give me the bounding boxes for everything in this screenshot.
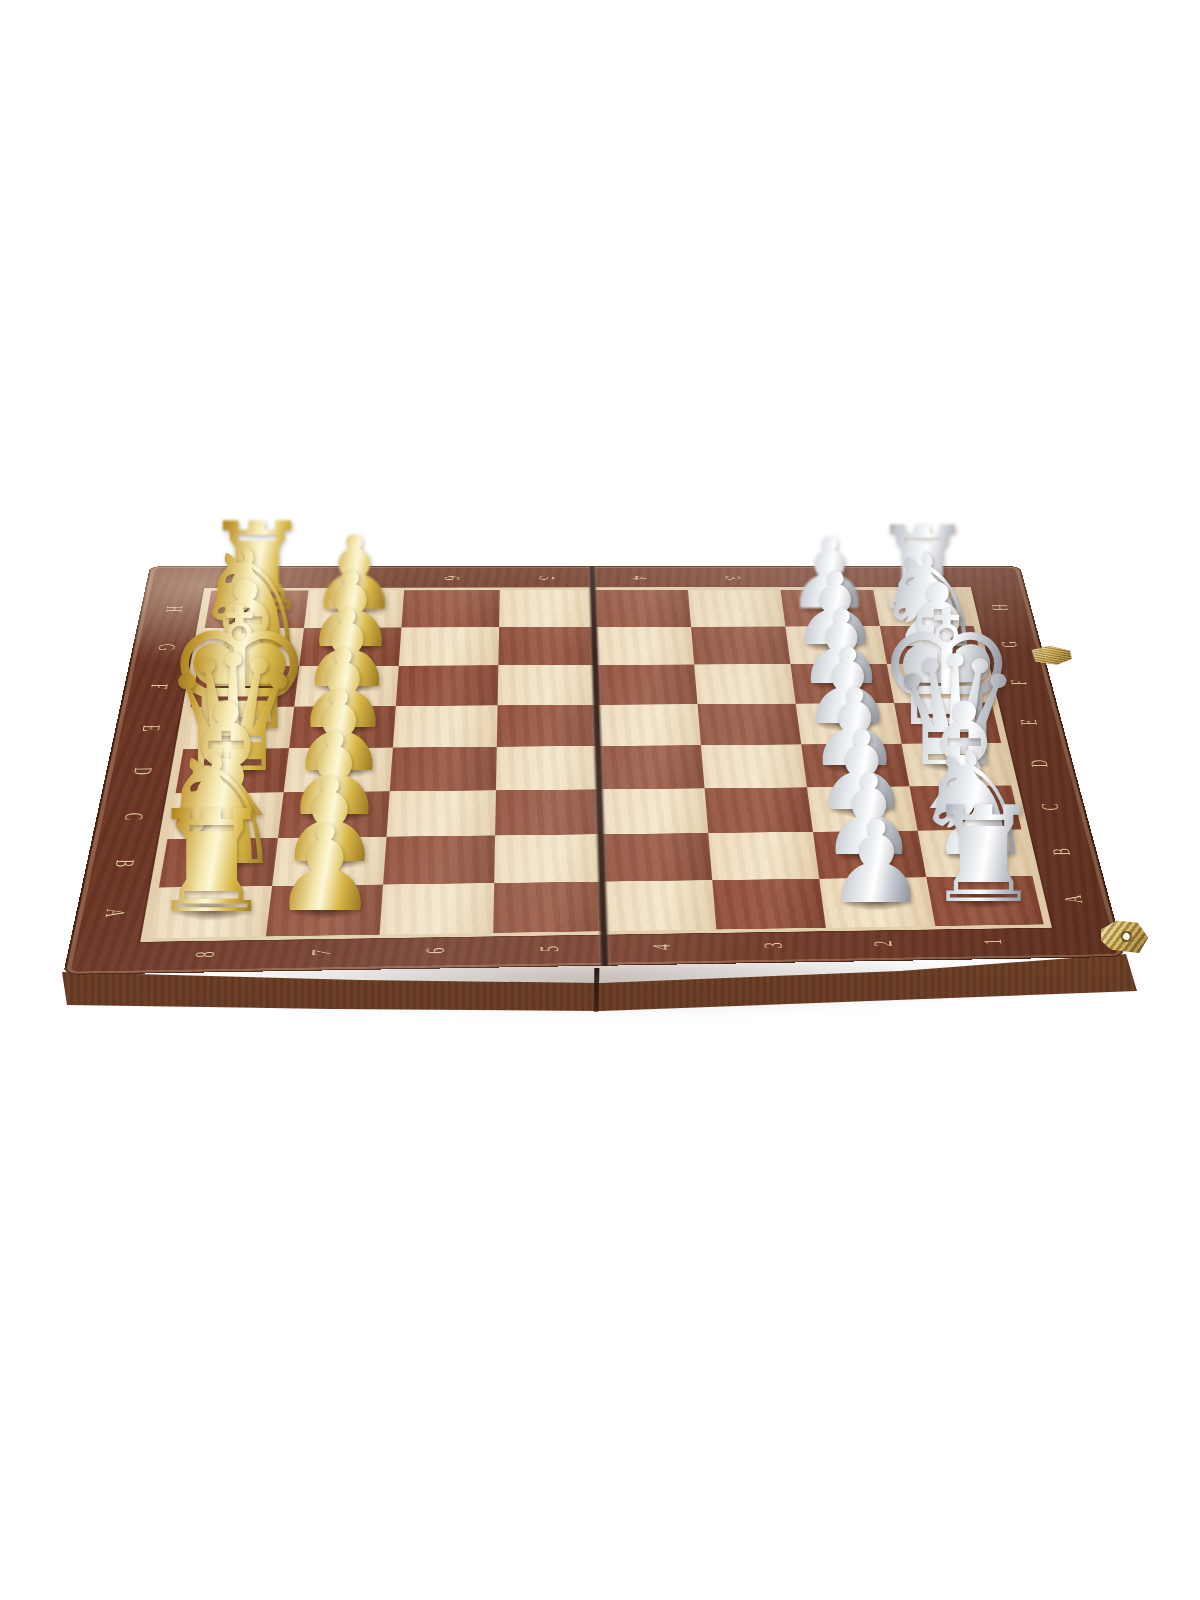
chess-piece-glyph: ♟ [271, 809, 378, 929]
chess-piece-glyph: ♜ [148, 793, 275, 934]
pieces-layer: ♜♞♝♛♚♝♞♜♟♟♟♟♟♟♟♟♟♟♟♟♟♟♟♟♜♞♝♛♚♝♞♜ [0, 0, 1200, 1600]
chess-piece-glyph: ♜ [924, 789, 1043, 921]
product-photo-stage: HGFEDCBAHGFEDCBA8765432187654321 ♜♞♝♛♚♝♞… [0, 0, 1200, 1600]
chess-piece-glyph: ♟ [825, 806, 927, 920]
